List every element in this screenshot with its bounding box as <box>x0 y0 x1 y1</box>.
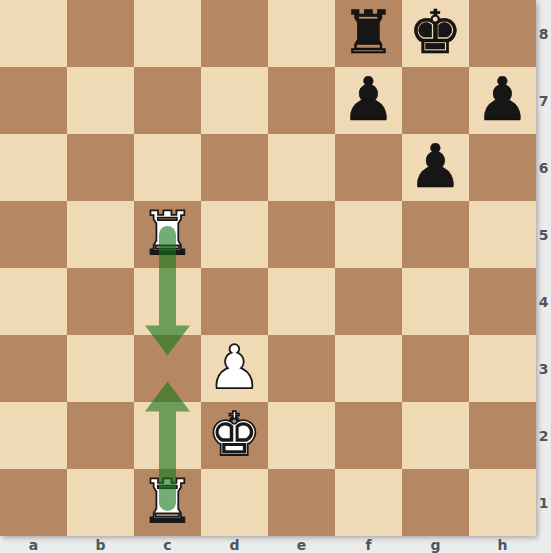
square-c6[interactable] <box>134 134 201 201</box>
black-pawn[interactable]: ♟ <box>476 69 530 129</box>
square-a4[interactable] <box>0 268 67 335</box>
rank-label-6: 6 <box>536 134 551 201</box>
file-label-d: d <box>201 536 268 553</box>
square-f8[interactable]: ♜ <box>335 0 402 67</box>
square-h2[interactable] <box>469 402 536 469</box>
file-label-b: b <box>67 536 134 553</box>
square-b2[interactable] <box>67 402 134 469</box>
square-c1[interactable]: ♜ <box>134 469 201 536</box>
square-b1[interactable] <box>67 469 134 536</box>
square-b8[interactable] <box>67 0 134 67</box>
rank-label-1: 1 <box>536 469 551 536</box>
square-b7[interactable] <box>67 67 134 134</box>
black-pawn[interactable]: ♟ <box>342 69 396 129</box>
white-pawn[interactable]: ♟ <box>208 337 262 397</box>
square-b5[interactable] <box>67 201 134 268</box>
file-label-e: e <box>268 536 335 553</box>
square-g3[interactable] <box>402 335 469 402</box>
square-g2[interactable] <box>402 402 469 469</box>
square-g4[interactable] <box>402 268 469 335</box>
square-h4[interactable] <box>469 268 536 335</box>
file-label-g: g <box>402 536 469 553</box>
square-h3[interactable] <box>469 335 536 402</box>
square-e7[interactable] <box>268 67 335 134</box>
square-f7[interactable]: ♟ <box>335 67 402 134</box>
square-d5[interactable] <box>201 201 268 268</box>
file-label-f: f <box>335 536 402 553</box>
square-a5[interactable] <box>0 201 67 268</box>
square-b6[interactable] <box>67 134 134 201</box>
square-c5[interactable]: ♜ <box>134 201 201 268</box>
square-g5[interactable] <box>402 201 469 268</box>
file-label-a: a <box>0 536 67 553</box>
square-f4[interactable] <box>335 268 402 335</box>
square-h5[interactable] <box>469 201 536 268</box>
file-label-c: c <box>134 536 201 553</box>
square-d4[interactable] <box>201 268 268 335</box>
square-e6[interactable] <box>268 134 335 201</box>
square-d1[interactable] <box>201 469 268 536</box>
file-label-h: h <box>469 536 536 553</box>
square-b4[interactable] <box>67 268 134 335</box>
black-rook[interactable]: ♜ <box>342 2 396 62</box>
square-g1[interactable] <box>402 469 469 536</box>
square-a1[interactable] <box>0 469 67 536</box>
square-d2[interactable]: ♚ <box>201 402 268 469</box>
square-e3[interactable] <box>268 335 335 402</box>
square-d6[interactable] <box>201 134 268 201</box>
square-c3[interactable] <box>134 335 201 402</box>
white-rook[interactable]: ♜ <box>141 471 195 531</box>
square-e5[interactable] <box>268 201 335 268</box>
square-d7[interactable] <box>201 67 268 134</box>
square-h6[interactable] <box>469 134 536 201</box>
rank-label-8: 8 <box>536 0 551 67</box>
square-c7[interactable] <box>134 67 201 134</box>
square-a2[interactable] <box>0 402 67 469</box>
square-d8[interactable] <box>201 0 268 67</box>
black-pawn[interactable]: ♟ <box>409 136 463 196</box>
square-f5[interactable] <box>335 201 402 268</box>
square-d3[interactable]: ♟ <box>201 335 268 402</box>
square-e4[interactable] <box>268 268 335 335</box>
rank-label-7: 7 <box>536 67 551 134</box>
white-rook[interactable]: ♜ <box>141 203 195 263</box>
square-f3[interactable] <box>335 335 402 402</box>
rank-label-2: 2 <box>536 402 551 469</box>
square-e2[interactable] <box>268 402 335 469</box>
square-h8[interactable] <box>469 0 536 67</box>
square-a8[interactable] <box>0 0 67 67</box>
square-f6[interactable] <box>335 134 402 201</box>
black-king[interactable]: ♚ <box>409 2 463 62</box>
square-e1[interactable] <box>268 469 335 536</box>
square-a3[interactable] <box>0 335 67 402</box>
square-a7[interactable] <box>0 67 67 134</box>
square-c4[interactable] <box>134 268 201 335</box>
square-f2[interactable] <box>335 402 402 469</box>
square-f1[interactable] <box>335 469 402 536</box>
square-h7[interactable]: ♟ <box>469 67 536 134</box>
chess-board: ♜♚♟♟♟♜♟♚♜ <box>0 0 536 536</box>
square-e8[interactable] <box>268 0 335 67</box>
chess-board-widget: ♜♚♟♟♟♜♟♚♜ 87654321 abcdefgh <box>0 0 551 553</box>
square-b3[interactable] <box>67 335 134 402</box>
rank-label-4: 4 <box>536 268 551 335</box>
square-a6[interactable] <box>0 134 67 201</box>
square-g7[interactable] <box>402 67 469 134</box>
rank-label-5: 5 <box>536 201 551 268</box>
square-g6[interactable]: ♟ <box>402 134 469 201</box>
square-h1[interactable] <box>469 469 536 536</box>
square-c2[interactable] <box>134 402 201 469</box>
rank-label-3: 3 <box>536 335 551 402</box>
square-g8[interactable]: ♚ <box>402 0 469 67</box>
square-c8[interactable] <box>134 0 201 67</box>
white-king[interactable]: ♚ <box>208 404 262 464</box>
